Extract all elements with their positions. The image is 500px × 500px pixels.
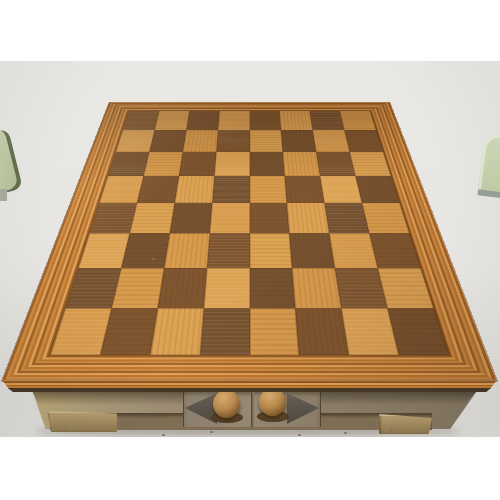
photo-of-chessboard: [0, 0, 500, 500]
photo-vignette: [0, 61, 500, 437]
photo-area: [0, 61, 500, 437]
